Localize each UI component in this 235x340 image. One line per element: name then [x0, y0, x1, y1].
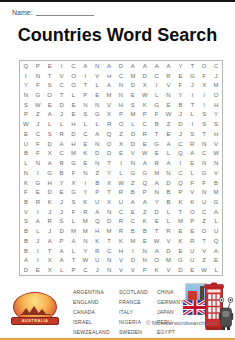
grid-cell: N — [79, 168, 91, 178]
grid-cell: W — [139, 149, 151, 159]
grid-cell: D — [44, 187, 56, 197]
grid-cell: M — [68, 149, 80, 159]
grid-cell: N — [198, 139, 210, 149]
grid-cell: F — [32, 139, 44, 149]
grid-cell: W — [79, 256, 91, 266]
grid-cell: U — [91, 197, 103, 207]
grid-cell: H — [68, 139, 80, 149]
grid-cell: R — [115, 217, 127, 227]
grid-cell: E — [151, 217, 163, 227]
grid-cell: E — [174, 71, 186, 81]
grid-cell: G — [151, 139, 163, 149]
grid-cell: N — [139, 256, 151, 266]
grid-cell: N — [103, 207, 115, 217]
grid-cell: U — [210, 226, 222, 236]
grid-cell: E — [163, 129, 175, 139]
grid-cell: F — [32, 149, 44, 159]
grid-cell: X — [139, 80, 151, 90]
grid-cell: Y — [79, 187, 91, 197]
grid-cell: J — [186, 80, 198, 90]
grid-cell: P — [139, 110, 151, 120]
grid-cell: W — [198, 265, 210, 275]
grid-cell: I — [32, 207, 44, 217]
grid-cell: C — [115, 207, 127, 217]
grid-cell: L — [210, 265, 222, 275]
word-list-item: EGYPT — [157, 327, 191, 337]
grid-cell: V — [56, 71, 68, 81]
grid-cell: D — [163, 246, 175, 256]
grid-cell: N — [115, 80, 127, 90]
grid-cell: A — [127, 61, 139, 71]
grid-cell: E — [32, 187, 44, 197]
grid-cell: Z — [198, 217, 210, 227]
grid-cell: L — [68, 90, 80, 100]
grid-cell: K — [20, 178, 32, 188]
grid-cell: W — [20, 119, 32, 129]
grid-cell: R — [186, 236, 198, 246]
grid-cell: L — [186, 110, 198, 120]
grid-cell: F — [32, 80, 44, 90]
grid-cell: I — [20, 71, 32, 81]
word-list-column-2: SCOTLANDFRANCEITALYNIGERIASWEDEN — [119, 287, 157, 337]
grid-cell: Y — [151, 197, 163, 207]
grid-cell: E — [210, 256, 222, 266]
grid-cell: A — [210, 246, 222, 256]
grid-cell: A — [186, 149, 198, 159]
grid-cell: V — [163, 80, 175, 90]
grid-cell: E — [163, 100, 175, 110]
grid-cell: G — [174, 256, 186, 266]
grid-cell: N — [139, 246, 151, 256]
grid-cell: I — [32, 246, 44, 256]
grid-cell: J — [91, 265, 103, 275]
grid-cell: F — [151, 110, 163, 120]
page-title: Countries Word Search — [0, 25, 235, 46]
grid-cell: V — [210, 139, 222, 149]
grid-cell: R — [79, 207, 91, 217]
grid-cell: S — [20, 217, 32, 227]
grid-cell: A — [151, 178, 163, 188]
grid-cell: E — [79, 139, 91, 149]
grid-cell: N — [79, 100, 91, 110]
grid-cell: W — [163, 110, 175, 120]
grid-cell: D — [103, 217, 115, 227]
grid-cell: E — [127, 207, 139, 217]
opera-house-silhouette-icon — [20, 305, 50, 315]
grid-cell: E — [139, 236, 151, 246]
grid-cell: A — [56, 246, 68, 256]
grid-cell: S — [186, 129, 198, 139]
grid-cell: O — [68, 71, 80, 81]
grid-cell: N — [151, 187, 163, 197]
grid-cell: N — [91, 61, 103, 71]
word-list-item: ARGENTINA — [73, 287, 119, 297]
grid-cell: T — [198, 236, 210, 246]
grid-cell: H — [91, 226, 103, 236]
grid-cell: P — [32, 61, 44, 71]
grid-cell: O — [103, 139, 115, 149]
grid-cell: I — [151, 80, 163, 90]
grid-cell: Q — [91, 217, 103, 227]
word-list-item: SCOTLAND — [119, 287, 157, 297]
grid-cell: C — [79, 129, 91, 139]
grid-cell: P — [56, 236, 68, 246]
grid-cell: D — [127, 129, 139, 139]
grid-cell: N — [20, 168, 32, 178]
grid-cell: Y — [79, 246, 91, 256]
grid-cell: L — [44, 119, 56, 129]
grid-cell: D — [56, 100, 68, 110]
grid-cell: X — [44, 256, 56, 266]
grid-cell: A — [163, 139, 175, 149]
grid-cell: K — [115, 236, 127, 246]
grid-cell: A — [44, 110, 56, 120]
grid-cell: L — [163, 217, 175, 227]
grid-cell: C — [210, 61, 222, 71]
grid-cell: X — [44, 149, 56, 159]
grid-cell: H — [210, 129, 222, 139]
grid-cell: I — [79, 71, 91, 81]
grid-cell: X — [115, 139, 127, 149]
grid-cell: L — [151, 90, 163, 100]
grid-cell: T — [79, 80, 91, 90]
grid-cell: N — [103, 256, 115, 266]
grid-cell: V — [91, 71, 103, 81]
grid-cell: E — [79, 158, 91, 168]
grid-cell: A — [91, 207, 103, 217]
grid-cell: M — [127, 236, 139, 246]
grid-cell: R — [56, 129, 68, 139]
australia-banner: AUSTRALIA — [11, 317, 59, 325]
grid-cell: E — [56, 187, 68, 197]
grid-cell: D — [56, 226, 68, 236]
grid-cell: J — [32, 119, 44, 129]
grid-cell: T — [103, 187, 115, 197]
grid-cell: Y — [56, 178, 68, 188]
grid-cell: S — [198, 110, 210, 120]
grid-cell: A — [20, 256, 32, 266]
grid-cell: I — [174, 158, 186, 168]
grid-cell: A — [56, 256, 68, 266]
grid-cell: F — [174, 80, 186, 90]
grid-cell: B — [20, 246, 32, 256]
grid-cell: H — [115, 246, 127, 256]
grid-cell: G — [44, 168, 56, 178]
grid-cell: C — [68, 61, 80, 71]
grid-cell: K — [79, 149, 91, 159]
grid-cell: M — [79, 217, 91, 227]
grid-cell: G — [139, 168, 151, 178]
grid-cell: E — [139, 139, 151, 149]
grid-cell: S — [68, 197, 80, 207]
grid-cell: J — [56, 197, 68, 207]
grid-cell: E — [174, 246, 186, 256]
copyright-text: © Monsterwordsearch.com — [146, 320, 218, 326]
grid-cell: I — [186, 119, 198, 129]
grid-cell: D — [91, 149, 103, 159]
grid-cell: D — [103, 149, 115, 159]
grid-cell: Z — [198, 256, 210, 266]
grid-cell: G — [210, 197, 222, 207]
grid-cell: R — [32, 197, 44, 207]
grid-cell: V — [210, 168, 222, 178]
grid-cell: T — [44, 71, 56, 81]
grid-cell: W — [210, 149, 222, 159]
grid-cell: F — [68, 168, 80, 178]
grid-cell: J — [56, 110, 68, 120]
grid-cell: L — [56, 119, 68, 129]
grid-cell: Q — [174, 149, 186, 159]
grid-cell: T — [103, 236, 115, 246]
grid-cell: E — [151, 149, 163, 159]
grid-cell: F — [68, 207, 80, 217]
grid-cell: U — [186, 246, 198, 256]
grid-cell: N — [32, 71, 44, 81]
grid-cell: X — [103, 197, 115, 207]
grid-cell: Y — [20, 80, 32, 90]
grid-cell: U — [198, 197, 210, 207]
grid-cell: M — [127, 71, 139, 81]
grid-cell: B — [139, 226, 151, 236]
grid-cell: V — [20, 207, 32, 217]
grid-cell: N — [115, 90, 127, 100]
grid-cell: B — [174, 100, 186, 110]
grid-cell: U — [91, 256, 103, 266]
grid-cell: K — [174, 197, 186, 207]
grid-cell: L — [186, 168, 198, 178]
grid-cell: A — [139, 197, 151, 207]
grid-cell: I — [198, 100, 210, 110]
grid-cell: Q — [174, 178, 186, 188]
grid-cell: K — [139, 100, 151, 110]
grid-cell: U — [115, 197, 127, 207]
grid-cell: H — [103, 71, 115, 81]
monster-mascot-icon — [218, 297, 234, 333]
grid-cell: A — [151, 246, 163, 256]
grid-cell: V — [127, 265, 139, 275]
grid-cell: Y — [103, 168, 115, 178]
grid-cell: T — [56, 90, 68, 100]
grid-cell: L — [79, 119, 91, 129]
grid-cell: D — [20, 265, 32, 275]
grid-cell: Z — [139, 207, 151, 217]
grid-cell: X — [44, 265, 56, 275]
grid-cell: I — [127, 246, 139, 256]
word-search-grid: QPEICANADAAAAYTOCINTVOIVHCMDCREGFJYFSCOT… — [19, 60, 223, 276]
grid-cell: B — [20, 226, 32, 236]
grid-cell: B — [163, 197, 175, 207]
grid-cell: E — [32, 265, 44, 275]
word-list: ARGENTINAENGLANDCANADAISRAELNEWZEALAND S… — [73, 287, 191, 337]
grid-cell: B — [56, 168, 68, 178]
grid-cell: N — [91, 158, 103, 168]
grid-cell: M — [163, 256, 175, 266]
grid-cell: B — [151, 119, 163, 129]
grid-cell: X — [198, 80, 210, 90]
grid-cell: V — [103, 100, 115, 110]
grid-cell: L — [32, 226, 44, 236]
grid-cell: D — [174, 265, 186, 275]
grid-cell: Y — [174, 61, 186, 71]
grid-cell: A — [151, 61, 163, 71]
grid-cell: O — [198, 226, 210, 236]
grid-cell: E — [174, 226, 186, 236]
grid-cell: H — [115, 100, 127, 110]
grid-cell: E — [20, 129, 32, 139]
grid-cell: R — [91, 246, 103, 256]
grid-cell: A — [32, 217, 44, 227]
grid-cell: L — [115, 168, 127, 178]
grid-cell: S — [44, 129, 56, 139]
grid-cell: C — [174, 139, 186, 149]
grid-cell: W — [32, 100, 44, 110]
grid-cell: V — [115, 256, 127, 266]
name-row: Name: — [12, 8, 94, 16]
grid-cell: I — [198, 90, 210, 100]
grid-cell: D — [44, 139, 56, 149]
grid-cell: L — [20, 158, 32, 168]
grid-cell: D — [127, 256, 139, 266]
grid-cell: Q — [20, 61, 32, 71]
grid-cell: N — [198, 187, 210, 197]
grid-cell: K — [44, 197, 56, 207]
grid-cell: A — [139, 158, 151, 168]
grid-cell: O — [115, 119, 127, 129]
name-write-line — [36, 8, 94, 16]
grid-cell: H — [210, 100, 222, 110]
word-list-item: ITALY — [119, 307, 157, 317]
australia-badge-icon: AUSTRALIA — [12, 291, 58, 327]
grid-cell: W — [151, 236, 163, 246]
grid-cell: G — [186, 71, 198, 81]
word-list-item: NEWZEALAND — [73, 327, 119, 337]
grid-cell: N — [91, 100, 103, 110]
grid-cell: P — [139, 265, 151, 275]
grid-cell: Q — [103, 129, 115, 139]
grid-cell: R — [163, 71, 175, 81]
grid-cell: J — [174, 110, 186, 120]
word-list-item: FRANCE — [119, 297, 157, 307]
grid-cell: G — [68, 187, 80, 197]
grid-cell: A — [127, 197, 139, 207]
grid-cell: I — [115, 158, 127, 168]
grid-cell: T — [186, 100, 198, 110]
grid-cell: P — [186, 217, 198, 227]
grid-cell: P — [20, 110, 32, 120]
grid-cell: S — [210, 119, 222, 129]
grid-cell: N — [198, 158, 210, 168]
grid-cell: L — [210, 217, 222, 227]
grid-cell: P — [68, 265, 80, 275]
grid-cell: C — [103, 246, 115, 256]
grid-cell: A — [44, 158, 56, 168]
grid-cell: L — [127, 119, 139, 129]
grid-cell: B — [210, 178, 222, 188]
grid-cell: D — [115, 61, 127, 71]
grid-cell: C — [56, 80, 68, 90]
grid-cell: L — [163, 149, 175, 159]
grid-cell: J — [44, 226, 56, 236]
grid-cell: C — [151, 71, 163, 81]
grid-cell: M — [127, 110, 139, 120]
grid-cell: C — [198, 149, 210, 159]
grid-cell: L — [68, 246, 80, 256]
grid-cell: J — [56, 207, 68, 217]
grid-cell: O — [186, 207, 198, 217]
grid-cell: S — [79, 110, 91, 120]
grid-cell: I — [56, 61, 68, 71]
grid-cell: D — [163, 178, 175, 188]
grid-cell: K — [151, 265, 163, 275]
grid-cell: D — [68, 129, 80, 139]
grid-cell: R — [186, 139, 198, 149]
grid-cell: F — [186, 178, 198, 188]
grid-cell: E — [44, 61, 56, 71]
grid-cell: M — [68, 226, 80, 236]
grid-cell: W — [139, 90, 151, 100]
grid-cell: R — [139, 129, 151, 139]
grid-cell: T — [44, 246, 56, 256]
grid-cell: E — [186, 158, 198, 168]
grid-cell: P — [139, 187, 151, 197]
grid-cell: S — [44, 80, 56, 90]
grid-cell: H — [44, 178, 56, 188]
grid-cell: B — [127, 187, 139, 197]
grid-cell: J — [210, 71, 222, 81]
grid-cell: U — [20, 139, 32, 149]
grid-cell: N — [103, 265, 115, 275]
grid-cell: M — [174, 217, 186, 227]
grid-cell: G — [68, 158, 80, 168]
top-border — [0, 0, 235, 2]
grid-cell: R — [115, 187, 127, 197]
grid-cell: F — [198, 178, 210, 188]
grid-cell: O — [198, 61, 210, 71]
grid-cell: E — [44, 100, 56, 110]
word-list-item: ENGLAND — [73, 297, 119, 307]
grid-cell: A — [68, 236, 80, 246]
grid-cell: G — [198, 168, 210, 178]
grid-cell: G — [91, 110, 103, 120]
grid-cell: L — [91, 119, 103, 129]
grid-cell: X — [68, 178, 80, 188]
grid-cell: E — [91, 90, 103, 100]
grid-cell: V — [127, 149, 139, 159]
grid-cell: O — [44, 90, 56, 100]
grid-cell: K — [174, 236, 186, 246]
grid-cell: V — [198, 246, 210, 256]
word-list-column-1: ARGENTINAENGLANDCANADAISRAELNEWZEALAND — [73, 287, 119, 337]
grid-cell: C — [174, 168, 186, 178]
grid-cell: Z — [91, 168, 103, 178]
grid-cell: M — [103, 226, 115, 236]
grid-cell: T — [186, 61, 198, 71]
grid-cell: B — [20, 197, 32, 207]
grid-cell: R — [163, 226, 175, 236]
grid-cell: G — [32, 90, 44, 100]
grid-cell: K — [91, 236, 103, 246]
grid-cell: J — [32, 236, 44, 246]
grid-cell: Q — [210, 236, 222, 246]
grid-cell: J — [174, 129, 186, 139]
grid-cell: S — [127, 100, 139, 110]
grid-cell: T — [174, 207, 186, 217]
london-bus-icon — [188, 291, 197, 300]
grid-cell: M — [103, 90, 115, 100]
grid-cell: T — [68, 256, 80, 266]
grid-cell: Y — [174, 90, 186, 100]
grid-cell: D — [127, 80, 139, 90]
